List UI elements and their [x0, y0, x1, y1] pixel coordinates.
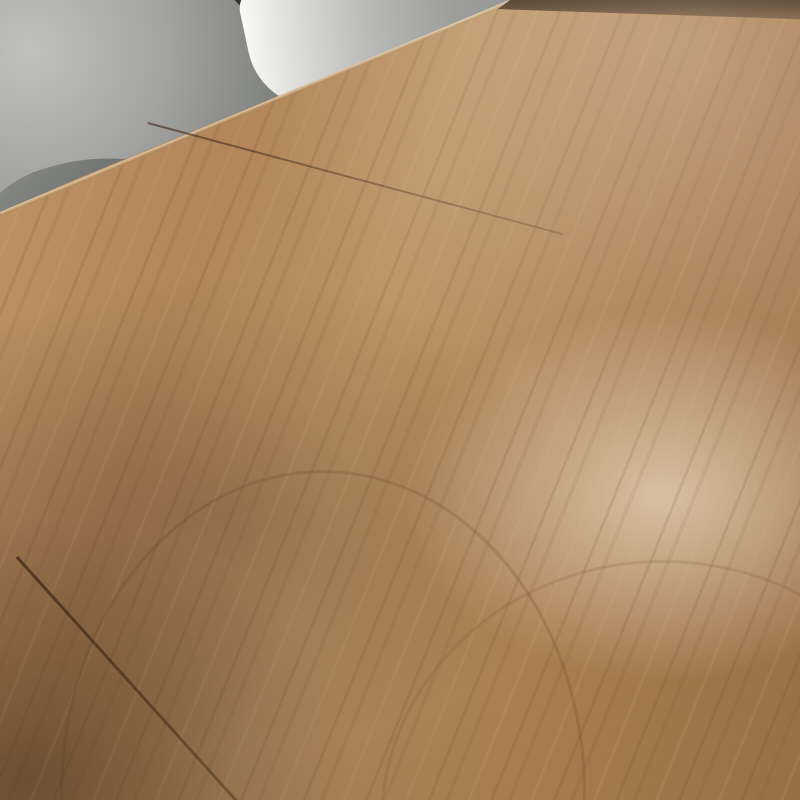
- chess-board: [0, 0, 800, 800]
- photo-scene: [0, 0, 800, 800]
